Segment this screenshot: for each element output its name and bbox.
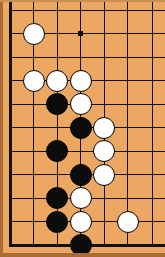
intersection-e7[interactable] <box>92 92 116 116</box>
intersection-d9[interactable] <box>69 45 93 69</box>
intersection-a6[interactable] <box>0 116 22 140</box>
intersection-a10[interactable] <box>0 22 22 46</box>
white-stone-e6 <box>93 117 115 139</box>
intersection-b8[interactable] <box>22 69 46 93</box>
black-stone-d4 <box>70 164 92 186</box>
intersection-d6[interactable] <box>69 116 93 140</box>
intersection-d8[interactable] <box>69 69 93 93</box>
intersection-g4[interactable] <box>139 163 165 187</box>
intersection-d7[interactable] <box>69 92 93 116</box>
black-stone-c7 <box>46 93 68 115</box>
intersection-e11[interactable] <box>92 0 116 22</box>
intersection-g2[interactable] <box>139 210 165 234</box>
intersection-b9[interactable] <box>22 45 46 69</box>
intersection-c9[interactable] <box>45 45 69 69</box>
intersection-f2[interactable] <box>116 210 140 234</box>
board-frame-bottom <box>0 253 165 257</box>
intersection-d11[interactable] <box>69 0 93 22</box>
intersection-e5[interactable] <box>92 139 116 163</box>
intersection-a5[interactable] <box>0 139 22 163</box>
intersection-a7[interactable] <box>0 92 22 116</box>
white-stone-d7 <box>70 93 92 115</box>
intersection-a9[interactable] <box>0 45 22 69</box>
intersection-c4[interactable] <box>45 163 69 187</box>
intersection-d4[interactable] <box>69 163 93 187</box>
intersection-d3[interactable] <box>69 186 93 210</box>
intersection-g5[interactable] <box>139 139 165 163</box>
black-stone-c2 <box>46 211 68 233</box>
intersection-c6[interactable] <box>45 116 69 140</box>
intersection-f11[interactable] <box>116 0 140 22</box>
intersection-e3[interactable] <box>92 186 116 210</box>
intersection-e6[interactable] <box>92 116 116 140</box>
intersection-f5[interactable] <box>116 139 140 163</box>
intersection-b11[interactable] <box>22 0 46 22</box>
intersection-f10[interactable] <box>116 22 140 46</box>
intersection-g8[interactable] <box>139 69 165 93</box>
intersection-g10[interactable] <box>139 22 165 46</box>
intersection-b10[interactable] <box>22 22 46 46</box>
intersection-b6[interactable] <box>22 116 46 140</box>
intersection-g11[interactable] <box>139 0 165 22</box>
intersection-b7[interactable] <box>22 92 46 116</box>
intersection-a2[interactable] <box>0 210 22 234</box>
intersection-b4[interactable] <box>22 163 46 187</box>
intersection-a8[interactable] <box>0 69 22 93</box>
intersection-f6[interactable] <box>116 116 140 140</box>
intersection-b2[interactable] <box>22 210 46 234</box>
intersection-e9[interactable] <box>92 45 116 69</box>
intersection-c10[interactable] <box>45 22 69 46</box>
intersection-c5[interactable] <box>45 139 69 163</box>
intersection-a11[interactable] <box>0 0 22 22</box>
white-stone-f2 <box>117 211 139 233</box>
star-point-d10 <box>78 31 83 36</box>
white-stone-e5 <box>93 140 115 162</box>
intersection-c11[interactable] <box>45 0 69 22</box>
white-stone-e4 <box>93 164 115 186</box>
black-stone-d6 <box>70 117 92 139</box>
intersection-g6[interactable] <box>139 116 165 140</box>
board-grid <box>0 0 165 257</box>
intersection-e8[interactable] <box>92 69 116 93</box>
white-stone-b8 <box>23 70 45 92</box>
black-stone-c5 <box>46 140 68 162</box>
intersection-c2[interactable] <box>45 210 69 234</box>
intersection-g7[interactable] <box>139 92 165 116</box>
intersection-d10[interactable] <box>69 22 93 46</box>
intersection-f9[interactable] <box>116 45 140 69</box>
intersection-c8[interactable] <box>45 69 69 93</box>
intersection-a3[interactable] <box>0 186 22 210</box>
intersection-b3[interactable] <box>22 186 46 210</box>
board-frame-top <box>0 0 165 2</box>
intersection-d2[interactable] <box>69 210 93 234</box>
intersection-e2[interactable] <box>92 210 116 234</box>
white-stone-d3 <box>70 187 92 209</box>
intersection-e4[interactable] <box>92 163 116 187</box>
black-stone-c3 <box>46 187 68 209</box>
intersection-c3[interactable] <box>45 186 69 210</box>
intersection-g9[interactable] <box>139 45 165 69</box>
intersection-a4[interactable] <box>0 163 22 187</box>
white-stone-b10 <box>23 23 45 45</box>
intersection-g3[interactable] <box>139 186 165 210</box>
white-stone-c8 <box>46 70 68 92</box>
board-frame-left <box>0 0 3 257</box>
white-stone-d2 <box>70 211 92 233</box>
intersection-e10[interactable] <box>92 22 116 46</box>
intersection-c7[interactable] <box>45 92 69 116</box>
intersection-b5[interactable] <box>22 139 46 163</box>
intersection-d5[interactable] <box>69 139 93 163</box>
intersection-f8[interactable] <box>116 69 140 93</box>
intersection-f3[interactable] <box>116 186 140 210</box>
intersection-f7[interactable] <box>116 92 140 116</box>
go-board[interactable] <box>0 0 165 257</box>
white-stone-d8 <box>70 70 92 92</box>
intersection-f4[interactable] <box>116 163 140 187</box>
